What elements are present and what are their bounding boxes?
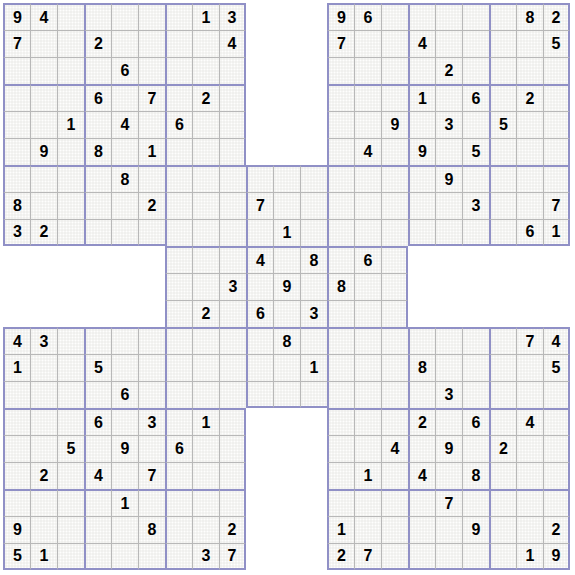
cell-r8c7[interactable] (165, 192, 192, 219)
cell-r11c11-given[interactable]: 9 (273, 273, 300, 300)
cell-r9c12[interactable] (300, 219, 327, 246)
cell-r4c5[interactable] (111, 84, 138, 111)
cell-r1c18[interactable] (462, 3, 489, 30)
cell-r13c11-given[interactable]: 8 (273, 327, 300, 354)
cell-r15c2[interactable] (30, 381, 57, 408)
cell-r16c15[interactable] (381, 408, 408, 435)
cell-r16c3[interactable] (57, 408, 84, 435)
cell-r21c20-given[interactable]: 1 (516, 543, 543, 570)
cell-r6c5[interactable] (111, 138, 138, 165)
cell-r21c21-given[interactable]: 9 (543, 543, 570, 570)
cell-r2c8[interactable] (192, 30, 219, 57)
cell-r7c5-given[interactable]: 8 (111, 165, 138, 192)
cell-r6c16-given[interactable]: 9 (408, 138, 435, 165)
cell-r19c3[interactable] (57, 489, 84, 516)
cell-r13c4[interactable] (84, 327, 111, 354)
cell-r12c8-given[interactable]: 2 (192, 300, 219, 327)
cell-r10c7[interactable] (165, 246, 192, 273)
cell-r1c4[interactable] (84, 3, 111, 30)
cell-r2c15[interactable] (381, 30, 408, 57)
cell-r17c6[interactable] (138, 435, 165, 462)
cell-r14c7[interactable] (165, 354, 192, 381)
cell-r15c15[interactable] (381, 381, 408, 408)
cell-r16c14[interactable] (354, 408, 381, 435)
cell-r14c3[interactable] (57, 354, 84, 381)
cell-r8c13[interactable] (327, 192, 354, 219)
cell-r6c6-given[interactable]: 1 (138, 138, 165, 165)
cell-r17c21[interactable] (543, 435, 570, 462)
cell-r21c17[interactable] (435, 543, 462, 570)
cell-r8c17[interactable] (435, 192, 462, 219)
cell-r18c9[interactable] (219, 462, 246, 489)
cell-r5c14[interactable] (354, 111, 381, 138)
cell-r12c9[interactable] (219, 300, 246, 327)
cell-r2c14[interactable] (354, 30, 381, 57)
cell-r19c18[interactable] (462, 489, 489, 516)
cell-r2c20[interactable] (516, 30, 543, 57)
cell-r7c10[interactable] (246, 165, 273, 192)
cell-r14c17[interactable] (435, 354, 462, 381)
cell-r13c17[interactable] (435, 327, 462, 354)
cell-r14c14[interactable] (354, 354, 381, 381)
cell-r2c4-given[interactable]: 2 (84, 30, 111, 57)
cell-r10c13[interactable] (327, 246, 354, 273)
cell-r9c18[interactable] (462, 219, 489, 246)
cell-r12c7[interactable] (165, 300, 192, 327)
cell-r17c20[interactable] (516, 435, 543, 462)
cell-r21c6[interactable] (138, 543, 165, 570)
cell-r9c9[interactable] (219, 219, 246, 246)
cell-r19c21[interactable] (543, 489, 570, 516)
cell-r1c19[interactable] (489, 3, 516, 30)
cell-r16c2[interactable] (30, 408, 57, 435)
cell-r9c4[interactable] (84, 219, 111, 246)
cell-r5c4[interactable] (84, 111, 111, 138)
cell-r1c2-given[interactable]: 4 (30, 3, 57, 30)
cell-r14c15[interactable] (381, 354, 408, 381)
cell-r2c21-given[interactable]: 5 (543, 30, 570, 57)
cell-r9c17[interactable] (435, 219, 462, 246)
cell-r9c13[interactable] (327, 219, 354, 246)
cell-r6c4-given[interactable]: 8 (84, 138, 111, 165)
cell-r1c5[interactable] (111, 3, 138, 30)
cell-r14c10[interactable] (246, 354, 273, 381)
cell-r19c7[interactable] (165, 489, 192, 516)
cell-r5c15-given[interactable]: 9 (381, 111, 408, 138)
cell-r17c5-given[interactable]: 9 (111, 435, 138, 462)
cell-r21c19[interactable] (489, 543, 516, 570)
cell-r8c1-given[interactable]: 8 (3, 192, 30, 219)
cell-r12c13[interactable] (327, 300, 354, 327)
cell-r1c8-given[interactable]: 1 (192, 3, 219, 30)
cell-r4c15[interactable] (381, 84, 408, 111)
cell-r21c1-given[interactable]: 5 (3, 543, 30, 570)
cell-r17c18[interactable] (462, 435, 489, 462)
cell-r14c21-given[interactable]: 5 (543, 354, 570, 381)
cell-r17c9[interactable] (219, 435, 246, 462)
cell-r15c13[interactable] (327, 381, 354, 408)
cell-r21c4[interactable] (84, 543, 111, 570)
cell-r3c19[interactable] (489, 57, 516, 84)
cell-r7c17-given[interactable]: 9 (435, 165, 462, 192)
cell-r18c15[interactable] (381, 462, 408, 489)
cell-r17c1[interactable] (3, 435, 30, 462)
cell-r16c4-given[interactable]: 6 (84, 408, 111, 435)
cell-r17c16[interactable] (408, 435, 435, 462)
cell-r8c4[interactable] (84, 192, 111, 219)
cell-r18c2-given[interactable]: 2 (30, 462, 57, 489)
cell-r4c2[interactable] (30, 84, 57, 111)
cell-r14c18[interactable] (462, 354, 489, 381)
cell-r8c6-given[interactable]: 2 (138, 192, 165, 219)
cell-r20c7[interactable] (165, 516, 192, 543)
cell-r19c6[interactable] (138, 489, 165, 516)
cell-r10c9[interactable] (219, 246, 246, 273)
cell-r4c21[interactable] (543, 84, 570, 111)
cell-r5c20[interactable] (516, 111, 543, 138)
cell-r2c18[interactable] (462, 30, 489, 57)
cell-r16c13[interactable] (327, 408, 354, 435)
cell-r21c14-given[interactable]: 7 (354, 543, 381, 570)
cell-r5c2[interactable] (30, 111, 57, 138)
cell-r21c15[interactable] (381, 543, 408, 570)
cell-r5c21[interactable] (543, 111, 570, 138)
cell-r18c16-given[interactable]: 4 (408, 462, 435, 489)
cell-r2c2[interactable] (30, 30, 57, 57)
cell-r15c4[interactable] (84, 381, 111, 408)
cell-r7c15[interactable] (381, 165, 408, 192)
cell-r14c11[interactable] (273, 354, 300, 381)
cell-r18c21[interactable] (543, 462, 570, 489)
cell-r1c3[interactable] (57, 3, 84, 30)
cell-r9c19[interactable] (489, 219, 516, 246)
cell-r18c6-given[interactable]: 7 (138, 462, 165, 489)
cell-r5c19-given[interactable]: 5 (489, 111, 516, 138)
cell-r2c9-given[interactable]: 4 (219, 30, 246, 57)
cell-r3c18[interactable] (462, 57, 489, 84)
cell-r7c8[interactable] (192, 165, 219, 192)
cell-r18c20[interactable] (516, 462, 543, 489)
cell-r16c18-given[interactable]: 6 (462, 408, 489, 435)
cell-r8c16[interactable] (408, 192, 435, 219)
cell-r9c16[interactable] (408, 219, 435, 246)
cell-r19c9[interactable] (219, 489, 246, 516)
cell-r3c17-given[interactable]: 2 (435, 57, 462, 84)
cell-r6c20[interactable] (516, 138, 543, 165)
cell-r2c5[interactable] (111, 30, 138, 57)
cell-r3c2[interactable] (30, 57, 57, 84)
cell-r14c8[interactable] (192, 354, 219, 381)
cell-r3c5-given[interactable]: 6 (111, 57, 138, 84)
cell-r14c1-given[interactable]: 1 (3, 354, 30, 381)
cell-r13c19[interactable] (489, 327, 516, 354)
cell-r3c3[interactable] (57, 57, 84, 84)
cell-r11c13-given[interactable]: 8 (327, 273, 354, 300)
cell-r11c15[interactable] (381, 273, 408, 300)
cell-r6c14-given[interactable]: 4 (354, 138, 381, 165)
cell-r13c10[interactable] (246, 327, 273, 354)
cell-r18c18-given[interactable]: 8 (462, 462, 489, 489)
cell-r20c15[interactable] (381, 516, 408, 543)
cell-r6c13[interactable] (327, 138, 354, 165)
cell-r7c16[interactable] (408, 165, 435, 192)
cell-r13c8[interactable] (192, 327, 219, 354)
cell-r3c9[interactable] (219, 57, 246, 84)
cell-r20c6-given[interactable]: 8 (138, 516, 165, 543)
cell-r1c16[interactable] (408, 3, 435, 30)
cell-r5c8[interactable] (192, 111, 219, 138)
cell-r7c14[interactable] (354, 165, 381, 192)
cell-r15c17-given[interactable]: 3 (435, 381, 462, 408)
cell-r13c7[interactable] (165, 327, 192, 354)
cell-r10c15[interactable] (381, 246, 408, 273)
cell-r5c18[interactable] (462, 111, 489, 138)
cell-r5c1[interactable] (3, 111, 30, 138)
cell-r4c7[interactable] (165, 84, 192, 111)
cell-r6c21[interactable] (543, 138, 570, 165)
cell-r15c19[interactable] (489, 381, 516, 408)
cell-r13c1-given[interactable]: 4 (3, 327, 30, 354)
cell-r4c3[interactable] (57, 84, 84, 111)
cell-r7c1[interactable] (3, 165, 30, 192)
cell-r1c1-given[interactable]: 9 (3, 3, 30, 30)
cell-r6c7[interactable] (165, 138, 192, 165)
cell-r10c12-given[interactable]: 8 (300, 246, 327, 273)
cell-r14c13[interactable] (327, 354, 354, 381)
cell-r5c6[interactable] (138, 111, 165, 138)
cell-r7c3[interactable] (57, 165, 84, 192)
cell-r19c17-given[interactable]: 7 (435, 489, 462, 516)
cell-r4c17[interactable] (435, 84, 462, 111)
cell-r9c8[interactable] (192, 219, 219, 246)
cell-r18c19[interactable] (489, 462, 516, 489)
cell-r2c13-given[interactable]: 7 (327, 30, 354, 57)
cell-r21c8-given[interactable]: 3 (192, 543, 219, 570)
cell-r9c6[interactable] (138, 219, 165, 246)
cell-r13c18[interactable] (462, 327, 489, 354)
cell-r16c20-given[interactable]: 4 (516, 408, 543, 435)
cell-r19c19[interactable] (489, 489, 516, 516)
cell-r10c10-given[interactable]: 4 (246, 246, 273, 273)
cell-r20c1-given[interactable]: 9 (3, 516, 30, 543)
cell-r20c5[interactable] (111, 516, 138, 543)
cell-r20c19[interactable] (489, 516, 516, 543)
cell-r3c21[interactable] (543, 57, 570, 84)
cell-r9c21-given[interactable]: 1 (543, 219, 570, 246)
cell-r8c5[interactable] (111, 192, 138, 219)
cell-r16c7[interactable] (165, 408, 192, 435)
cell-r21c7[interactable] (165, 543, 192, 570)
cell-r19c1[interactable] (3, 489, 30, 516)
cell-r17c15-given[interactable]: 4 (381, 435, 408, 462)
cell-r15c3[interactable] (57, 381, 84, 408)
cell-r8c2[interactable] (30, 192, 57, 219)
cell-r13c20-given[interactable]: 7 (516, 327, 543, 354)
cell-r7c6[interactable] (138, 165, 165, 192)
cell-r11c14[interactable] (354, 273, 381, 300)
cell-r14c9[interactable] (219, 354, 246, 381)
cell-r8c3[interactable] (57, 192, 84, 219)
cell-r6c15[interactable] (381, 138, 408, 165)
cell-r17c17-given[interactable]: 9 (435, 435, 462, 462)
cell-r17c3-given[interactable]: 5 (57, 435, 84, 462)
cell-r16c1[interactable] (3, 408, 30, 435)
cell-r12c11[interactable] (273, 300, 300, 327)
cell-r17c8[interactable] (192, 435, 219, 462)
cell-r1c6[interactable] (138, 3, 165, 30)
cell-r6c17[interactable] (435, 138, 462, 165)
cell-r1c7[interactable] (165, 3, 192, 30)
cell-r9c15[interactable] (381, 219, 408, 246)
cell-r18c13[interactable] (327, 462, 354, 489)
cell-r13c3[interactable] (57, 327, 84, 354)
cell-r11c7[interactable] (165, 273, 192, 300)
cell-r5c13[interactable] (327, 111, 354, 138)
cell-r3c7[interactable] (165, 57, 192, 84)
cell-r2c1-given[interactable]: 7 (3, 30, 30, 57)
cell-r7c18[interactable] (462, 165, 489, 192)
cell-r14c5[interactable] (111, 354, 138, 381)
cell-r20c3[interactable] (57, 516, 84, 543)
cell-r14c20[interactable] (516, 354, 543, 381)
cell-r12c12-given[interactable]: 3 (300, 300, 327, 327)
cell-r18c3[interactable] (57, 462, 84, 489)
cell-r18c4-given[interactable]: 4 (84, 462, 111, 489)
cell-r15c14[interactable] (354, 381, 381, 408)
cell-r16c19[interactable] (489, 408, 516, 435)
cell-r21c2-given[interactable]: 1 (30, 543, 57, 570)
cell-r3c8[interactable] (192, 57, 219, 84)
cell-r1c15[interactable] (381, 3, 408, 30)
cell-r14c16-given[interactable]: 8 (408, 354, 435, 381)
cell-r17c13[interactable] (327, 435, 354, 462)
cell-r8c14[interactable] (354, 192, 381, 219)
cell-r20c2[interactable] (30, 516, 57, 543)
cell-r20c14[interactable] (354, 516, 381, 543)
cell-r15c9[interactable] (219, 381, 246, 408)
cell-r13c12[interactable] (300, 327, 327, 354)
cell-r9c11-given[interactable]: 1 (273, 219, 300, 246)
cell-r10c14-given[interactable]: 6 (354, 246, 381, 273)
cell-r15c7[interactable] (165, 381, 192, 408)
cell-r7c20[interactable] (516, 165, 543, 192)
cell-r15c1[interactable] (3, 381, 30, 408)
cell-r4c9[interactable] (219, 84, 246, 111)
cell-r13c14[interactable] (354, 327, 381, 354)
cell-r19c8[interactable] (192, 489, 219, 516)
cell-r9c10[interactable] (246, 219, 273, 246)
cell-r12c15[interactable] (381, 300, 408, 327)
cell-r19c14[interactable] (354, 489, 381, 516)
cell-r15c6[interactable] (138, 381, 165, 408)
cell-r17c19-given[interactable]: 2 (489, 435, 516, 462)
cell-r21c13-given[interactable]: 2 (327, 543, 354, 570)
cell-r16c16-given[interactable]: 2 (408, 408, 435, 435)
cell-r16c8-given[interactable]: 1 (192, 408, 219, 435)
cell-r8c8[interactable] (192, 192, 219, 219)
cell-r4c14[interactable] (354, 84, 381, 111)
cell-r6c18-given[interactable]: 5 (462, 138, 489, 165)
cell-r8c11[interactable] (273, 192, 300, 219)
cell-r20c18-given[interactable]: 9 (462, 516, 489, 543)
cell-r10c8[interactable] (192, 246, 219, 273)
cell-r13c16[interactable] (408, 327, 435, 354)
cell-r15c16[interactable] (408, 381, 435, 408)
cell-r9c14[interactable] (354, 219, 381, 246)
cell-r20c9-given[interactable]: 2 (219, 516, 246, 543)
cell-r20c4[interactable] (84, 516, 111, 543)
cell-r15c10[interactable] (246, 381, 273, 408)
cell-r7c13[interactable] (327, 165, 354, 192)
cell-r14c19[interactable] (489, 354, 516, 381)
cell-r16c6-given[interactable]: 3 (138, 408, 165, 435)
cell-r14c4-given[interactable]: 5 (84, 354, 111, 381)
cell-r3c1[interactable] (3, 57, 30, 84)
cell-r8c12[interactable] (300, 192, 327, 219)
cell-r20c20[interactable] (516, 516, 543, 543)
cell-r8c18-given[interactable]: 3 (462, 192, 489, 219)
cell-r19c15[interactable] (381, 489, 408, 516)
cell-r3c14[interactable] (354, 57, 381, 84)
cell-r15c21[interactable] (543, 381, 570, 408)
cell-r9c3[interactable] (57, 219, 84, 246)
cell-r4c8-given[interactable]: 2 (192, 84, 219, 111)
cell-r2c3[interactable] (57, 30, 84, 57)
cell-r18c14-given[interactable]: 1 (354, 462, 381, 489)
cell-r11c8[interactable] (192, 273, 219, 300)
cell-r8c15[interactable] (381, 192, 408, 219)
cell-r17c2[interactable] (30, 435, 57, 462)
cell-r6c9[interactable] (219, 138, 246, 165)
cell-r4c4-given[interactable]: 6 (84, 84, 111, 111)
cell-r4c19[interactable] (489, 84, 516, 111)
cell-r4c1[interactable] (3, 84, 30, 111)
cell-r15c8[interactable] (192, 381, 219, 408)
cell-r10c11[interactable] (273, 246, 300, 273)
cell-r9c7[interactable] (165, 219, 192, 246)
cell-r2c6[interactable] (138, 30, 165, 57)
cell-r7c12[interactable] (300, 165, 327, 192)
cell-r19c4[interactable] (84, 489, 111, 516)
cell-r3c16[interactable] (408, 57, 435, 84)
cell-r16c9[interactable] (219, 408, 246, 435)
cell-r5c7-given[interactable]: 6 (165, 111, 192, 138)
cell-r7c2[interactable] (30, 165, 57, 192)
cell-r15c12[interactable] (300, 381, 327, 408)
cell-r18c7[interactable] (165, 462, 192, 489)
cell-r13c13[interactable] (327, 327, 354, 354)
cell-r6c19[interactable] (489, 138, 516, 165)
cell-r6c2-given[interactable]: 9 (30, 138, 57, 165)
cell-r7c11[interactable] (273, 165, 300, 192)
cell-r16c5[interactable] (111, 408, 138, 435)
cell-r8c21-given[interactable]: 7 (543, 192, 570, 219)
cell-r21c18[interactable] (462, 543, 489, 570)
cell-r5c16[interactable] (408, 111, 435, 138)
cell-r7c21[interactable] (543, 165, 570, 192)
cell-r20c13-given[interactable]: 1 (327, 516, 354, 543)
cell-r13c9[interactable] (219, 327, 246, 354)
cell-r18c1[interactable] (3, 462, 30, 489)
cell-r15c20[interactable] (516, 381, 543, 408)
cell-r3c6[interactable] (138, 57, 165, 84)
cell-r3c20[interactable] (516, 57, 543, 84)
cell-r15c18[interactable] (462, 381, 489, 408)
cell-r21c3[interactable] (57, 543, 84, 570)
cell-r13c5[interactable] (111, 327, 138, 354)
cell-r4c6-given[interactable]: 7 (138, 84, 165, 111)
cell-r13c15[interactable] (381, 327, 408, 354)
